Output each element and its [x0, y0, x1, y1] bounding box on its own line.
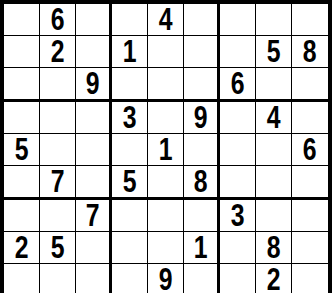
- cell-r5c4[interactable]: [112, 134, 148, 166]
- cell-r4c9[interactable]: [292, 102, 328, 134]
- cell-r5c2[interactable]: [40, 134, 76, 166]
- cell-value: 9: [86, 68, 100, 99]
- cell-r7c3[interactable]: 7: [76, 200, 112, 232]
- cell-r6c7[interactable]: [220, 166, 256, 200]
- cell-r4c3[interactable]: [76, 102, 112, 134]
- cell-r1c8[interactable]: [256, 4, 292, 36]
- cell-r5c9[interactable]: 6: [292, 134, 328, 166]
- cell-r1c7[interactable]: [220, 4, 256, 36]
- cell-r6c9[interactable]: [292, 166, 328, 200]
- cell-r6c8[interactable]: [256, 166, 292, 200]
- cell-r9c1[interactable]: [4, 264, 40, 293]
- cell-r3c9[interactable]: [292, 68, 328, 102]
- cell-r4c6[interactable]: 9: [184, 102, 220, 134]
- cell-r1c9[interactable]: [292, 4, 328, 36]
- cell-r9c4[interactable]: [112, 264, 148, 293]
- cell-value: 6: [231, 68, 245, 99]
- cell-r6c4[interactable]: 5: [112, 166, 148, 200]
- cell-r7c5[interactable]: [148, 200, 184, 232]
- cell-value: 1: [123, 36, 137, 67]
- cell-r8c6[interactable]: 1: [184, 232, 220, 264]
- cell-r9c3[interactable]: [76, 264, 112, 293]
- cell-r4c2[interactable]: [40, 102, 76, 134]
- cell-r1c1[interactable]: [4, 4, 40, 36]
- cell-value: 5: [123, 166, 137, 197]
- cell-r2c8[interactable]: 5: [256, 36, 292, 68]
- cell-r2c4[interactable]: 1: [112, 36, 148, 68]
- cell-value: 8: [303, 36, 317, 67]
- cell-r8c9[interactable]: [292, 232, 328, 264]
- cell-r6c5[interactable]: [148, 166, 184, 200]
- cell-r9c6[interactable]: [184, 264, 220, 293]
- cell-r3c7[interactable]: 6: [220, 68, 256, 102]
- cell-r1c2[interactable]: 6: [40, 4, 76, 36]
- cell-value: 6: [51, 4, 65, 35]
- cell-value: 1: [194, 232, 208, 263]
- cell-r3c1[interactable]: [4, 68, 40, 102]
- cell-r5c7[interactable]: [220, 134, 256, 166]
- cell-r6c2[interactable]: 7: [40, 166, 76, 200]
- cell-r8c8[interactable]: 8: [256, 232, 292, 264]
- cell-r3c8[interactable]: [256, 68, 292, 102]
- cell-r2c1[interactable]: [4, 36, 40, 68]
- cell-r7c6[interactable]: [184, 200, 220, 232]
- cell-value: 2: [267, 264, 281, 293]
- cell-r4c7[interactable]: [220, 102, 256, 134]
- cell-r8c3[interactable]: [76, 232, 112, 264]
- cell-r3c2[interactable]: [40, 68, 76, 102]
- cell-r7c1[interactable]: [4, 200, 40, 232]
- cell-r5c5[interactable]: 1: [148, 134, 184, 166]
- cell-value: 2: [51, 36, 65, 67]
- cell-value: 4: [159, 4, 173, 35]
- cell-r8c7[interactable]: [220, 232, 256, 264]
- cell-r7c4[interactable]: [112, 200, 148, 232]
- cell-value: 1: [159, 134, 173, 165]
- cell-r2c7[interactable]: [220, 36, 256, 68]
- cell-value: 4: [267, 102, 281, 133]
- cell-r2c2[interactable]: 2: [40, 36, 76, 68]
- cell-r9c2[interactable]: [40, 264, 76, 293]
- cell-r2c5[interactable]: [148, 36, 184, 68]
- cell-r7c2[interactable]: [40, 200, 76, 232]
- cell-r8c5[interactable]: [148, 232, 184, 264]
- cell-r3c4[interactable]: [112, 68, 148, 102]
- cell-value: 6: [303, 134, 317, 165]
- cell-r9c8[interactable]: 2: [256, 264, 292, 293]
- cell-value: 7: [51, 166, 65, 197]
- cell-r6c3[interactable]: [76, 166, 112, 200]
- cell-r4c8[interactable]: 4: [256, 102, 292, 134]
- cell-r8c2[interactable]: 5: [40, 232, 76, 264]
- cell-value: 9: [194, 102, 208, 133]
- cell-r2c6[interactable]: [184, 36, 220, 68]
- cell-r9c7[interactable]: [220, 264, 256, 293]
- cell-r7c7[interactable]: 3: [220, 200, 256, 232]
- cell-value: 7: [86, 200, 100, 231]
- cell-r8c1[interactable]: 2: [4, 232, 40, 264]
- cell-r9c9[interactable]: [292, 264, 328, 293]
- cell-value: 9: [159, 264, 173, 293]
- cell-r7c8[interactable]: [256, 200, 292, 232]
- cell-value: 8: [267, 232, 281, 263]
- cell-r5c3[interactable]: [76, 134, 112, 166]
- cell-r1c4[interactable]: [112, 4, 148, 36]
- cell-r1c5[interactable]: 4: [148, 4, 184, 36]
- cell-value: 3: [231, 200, 245, 231]
- cell-r5c1[interactable]: 5: [4, 134, 40, 166]
- cell-r3c3[interactable]: 9: [76, 68, 112, 102]
- cell-value: 5: [51, 232, 65, 263]
- cell-value: 5: [15, 134, 29, 165]
- cell-r4c4[interactable]: 3: [112, 102, 148, 134]
- cell-r4c1[interactable]: [4, 102, 40, 134]
- cell-value: 5: [267, 36, 281, 67]
- cell-r6c6[interactable]: 8: [184, 166, 220, 200]
- cell-r5c6[interactable]: [184, 134, 220, 166]
- cell-r3c5[interactable]: [148, 68, 184, 102]
- cell-r1c3[interactable]: [76, 4, 112, 36]
- cell-r9c5[interactable]: 9: [148, 264, 184, 293]
- cell-r8c4[interactable]: [112, 232, 148, 264]
- cell-r2c3[interactable]: [76, 36, 112, 68]
- cell-r2c9[interactable]: 8: [292, 36, 328, 68]
- cell-r1c6[interactable]: [184, 4, 220, 36]
- cell-r7c9[interactable]: [292, 200, 328, 232]
- cell-value: 8: [194, 166, 208, 197]
- cell-value: 2: [15, 232, 29, 263]
- cell-r4c5[interactable]: [148, 102, 184, 134]
- cell-r3c6[interactable]: [184, 68, 220, 102]
- cell-r6c1[interactable]: [4, 166, 40, 200]
- cell-value: 3: [123, 102, 137, 133]
- cell-r5c8[interactable]: [256, 134, 292, 166]
- sudoku-board: 6421589639451675873251892: [0, 0, 332, 293]
